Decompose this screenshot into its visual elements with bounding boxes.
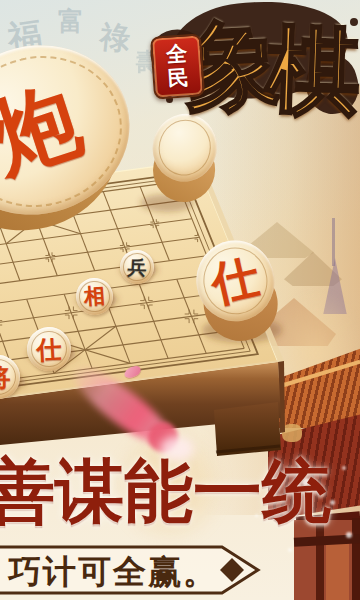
general-glyph: 将: [0, 355, 20, 399]
tagline-main: 善谋能一统: [0, 446, 331, 538]
advisor-glyph: 仕: [26, 326, 72, 372]
logo-badge: 全 民: [150, 33, 205, 99]
badge-char-min: 民: [167, 66, 190, 91]
elephant-piece: 相: [75, 277, 114, 316]
soldier-glyph: 兵: [119, 249, 155, 285]
elephant-glyph: 相: [75, 277, 114, 316]
soldier-piece: 兵: [119, 249, 155, 285]
logo-char-qi: 棋: [264, 6, 360, 136]
advisor-glyph: 仕: [188, 233, 282, 329]
large-advisor-piece: 仕: [191, 235, 287, 349]
game-logo: 象 棋 全 民: [0, 0, 360, 125]
tagline-ribbon: 巧计可全赢。: [0, 541, 304, 599]
advisor-piece: 仕: [26, 326, 72, 372]
tagline-sub: 巧计可全赢。: [8, 550, 218, 595]
badge-char-quan: 全: [165, 42, 188, 67]
general-piece-partial: 将: [0, 355, 20, 399]
splash-screen: 福 富 祿 壽 禧 和: [0, 0, 360, 600]
